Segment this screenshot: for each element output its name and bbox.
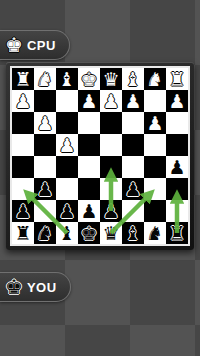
square-b7[interactable] bbox=[144, 200, 166, 222]
you-player-label: YOU bbox=[27, 280, 57, 295]
square-c1[interactable]: ♝ bbox=[122, 68, 144, 90]
square-a4[interactable] bbox=[166, 134, 188, 156]
square-b4[interactable] bbox=[144, 134, 166, 156]
piece-black-king: ♚ bbox=[80, 224, 97, 243]
piece-black-bishop: ♝ bbox=[58, 224, 75, 243]
you-player-badge: ♚ YOU bbox=[0, 272, 71, 302]
square-h1[interactable]: ♜ bbox=[12, 68, 34, 90]
piece-black-bishop: ♝ bbox=[124, 224, 141, 243]
square-a8[interactable]: ♜ bbox=[166, 222, 188, 244]
square-f3[interactable] bbox=[56, 112, 78, 134]
piece-black-pawn: ♟ bbox=[14, 202, 31, 221]
piece-white-pawn: ♟ bbox=[36, 114, 53, 133]
square-e2[interactable]: ♟ bbox=[78, 90, 100, 112]
square-b1[interactable]: ♞ bbox=[144, 68, 166, 90]
square-h7[interactable]: ♟ bbox=[12, 200, 34, 222]
piece-white-queen: ♛ bbox=[102, 70, 119, 89]
square-d4[interactable] bbox=[100, 134, 122, 156]
square-h3[interactable] bbox=[12, 112, 34, 134]
square-a2[interactable]: ♟ bbox=[166, 90, 188, 112]
piece-white-pawn: ♟ bbox=[80, 92, 97, 111]
square-f8[interactable]: ♝ bbox=[56, 222, 78, 244]
board-frame: ♜♞♝♚♛♝♞♜♟♟♟♟♟♟♟♟♟♟♟♟♟♟♟♜♞♝♚♛♝♞♜ bbox=[6, 62, 194, 250]
piece-black-pawn: ♟ bbox=[58, 202, 75, 221]
piece-black-pawn: ♟ bbox=[80, 202, 97, 221]
square-b5[interactable] bbox=[144, 156, 166, 178]
piece-white-pawn: ♟ bbox=[146, 114, 163, 133]
square-g2[interactable] bbox=[34, 90, 56, 112]
piece-white-bishop: ♝ bbox=[124, 70, 141, 89]
square-d1[interactable]: ♛ bbox=[100, 68, 122, 90]
square-g8[interactable]: ♞ bbox=[34, 222, 56, 244]
square-b2[interactable] bbox=[144, 90, 166, 112]
square-e6[interactable] bbox=[78, 178, 100, 200]
square-h5[interactable] bbox=[12, 156, 34, 178]
square-a1[interactable]: ♜ bbox=[166, 68, 188, 90]
board-border: ♜♞♝♚♛♝♞♜♟♟♟♟♟♟♟♟♟♟♟♟♟♟♟♜♞♝♚♛♝♞♜ bbox=[10, 66, 190, 246]
square-g5[interactable] bbox=[34, 156, 56, 178]
square-d8[interactable]: ♛ bbox=[100, 222, 122, 244]
cpu-player-label: CPU bbox=[27, 38, 56, 53]
square-c4[interactable] bbox=[122, 134, 144, 156]
square-c5[interactable] bbox=[122, 156, 144, 178]
piece-black-rook: ♜ bbox=[168, 224, 185, 243]
piece-black-queen: ♛ bbox=[102, 224, 119, 243]
square-b6[interactable] bbox=[144, 178, 166, 200]
piece-black-knight: ♞ bbox=[146, 224, 163, 243]
square-d3[interactable] bbox=[100, 112, 122, 134]
square-e8[interactable]: ♚ bbox=[78, 222, 100, 244]
square-f4[interactable]: ♟ bbox=[56, 134, 78, 156]
square-b3[interactable]: ♟ bbox=[144, 112, 166, 134]
piece-black-pawn: ♟ bbox=[102, 202, 119, 221]
square-c7[interactable] bbox=[122, 200, 144, 222]
piece-black-pawn: ♟ bbox=[36, 180, 53, 199]
square-b8[interactable]: ♞ bbox=[144, 222, 166, 244]
square-d6[interactable] bbox=[100, 178, 122, 200]
square-f7[interactable]: ♟ bbox=[56, 200, 78, 222]
square-a5[interactable]: ♟ bbox=[166, 156, 188, 178]
square-c8[interactable]: ♝ bbox=[122, 222, 144, 244]
piece-white-pawn: ♟ bbox=[102, 92, 119, 111]
square-c3[interactable] bbox=[122, 112, 144, 134]
square-h6[interactable] bbox=[12, 178, 34, 200]
piece-black-pawn: ♟ bbox=[124, 180, 141, 199]
square-e3[interactable] bbox=[78, 112, 100, 134]
square-e4[interactable] bbox=[78, 134, 100, 156]
piece-white-rook: ♜ bbox=[168, 70, 185, 89]
piece-white-bishop: ♝ bbox=[58, 70, 75, 89]
square-h2[interactable]: ♟ bbox=[12, 90, 34, 112]
app-screen: ♚ CPU ♜♞♝♚♛♝♞♜♟♟♟♟♟♟♟♟♟♟♟♟♟♟♟♜♞♝♚♛♝♞♜ ♚ … bbox=[0, 0, 200, 356]
piece-black-rook: ♜ bbox=[14, 224, 31, 243]
square-f6[interactable] bbox=[56, 178, 78, 200]
square-g1[interactable]: ♞ bbox=[34, 68, 56, 90]
square-d5[interactable] bbox=[100, 156, 122, 178]
square-c6[interactable]: ♟ bbox=[122, 178, 144, 200]
piece-white-pawn: ♟ bbox=[14, 92, 31, 111]
piece-black-pawn: ♟ bbox=[168, 158, 185, 177]
square-g7[interactable] bbox=[34, 200, 56, 222]
square-g3[interactable]: ♟ bbox=[34, 112, 56, 134]
square-a7[interactable] bbox=[166, 200, 188, 222]
square-a6[interactable] bbox=[166, 178, 188, 200]
square-g4[interactable] bbox=[34, 134, 56, 156]
square-f1[interactable]: ♝ bbox=[56, 68, 78, 90]
black-king-icon: ♚ bbox=[5, 277, 23, 297]
piece-white-pawn: ♟ bbox=[168, 92, 185, 111]
square-f5[interactable] bbox=[56, 156, 78, 178]
piece-white-pawn: ♟ bbox=[58, 136, 75, 155]
white-king-icon: ♚ bbox=[5, 35, 23, 55]
square-d2[interactable]: ♟ bbox=[100, 90, 122, 112]
square-e7[interactable]: ♟ bbox=[78, 200, 100, 222]
square-e1[interactable]: ♚ bbox=[78, 68, 100, 90]
square-d7[interactable]: ♟ bbox=[100, 200, 122, 222]
chess-board[interactable]: ♜♞♝♚♛♝♞♜♟♟♟♟♟♟♟♟♟♟♟♟♟♟♟♜♞♝♚♛♝♞♜ bbox=[12, 68, 188, 244]
piece-white-king: ♚ bbox=[80, 70, 97, 89]
square-f2[interactable] bbox=[56, 90, 78, 112]
piece-black-knight: ♞ bbox=[36, 224, 53, 243]
square-e5[interactable] bbox=[78, 156, 100, 178]
piece-white-rook: ♜ bbox=[14, 70, 31, 89]
piece-white-pawn: ♟ bbox=[124, 92, 141, 111]
piece-white-knight: ♞ bbox=[36, 70, 53, 89]
square-h8[interactable]: ♜ bbox=[12, 222, 34, 244]
cpu-player-badge: ♚ CPU bbox=[0, 30, 70, 60]
square-a3[interactable] bbox=[166, 112, 188, 134]
square-c2[interactable]: ♟ bbox=[122, 90, 144, 112]
square-g6[interactable]: ♟ bbox=[34, 178, 56, 200]
piece-white-knight: ♞ bbox=[146, 70, 163, 89]
square-h4[interactable] bbox=[12, 134, 34, 156]
